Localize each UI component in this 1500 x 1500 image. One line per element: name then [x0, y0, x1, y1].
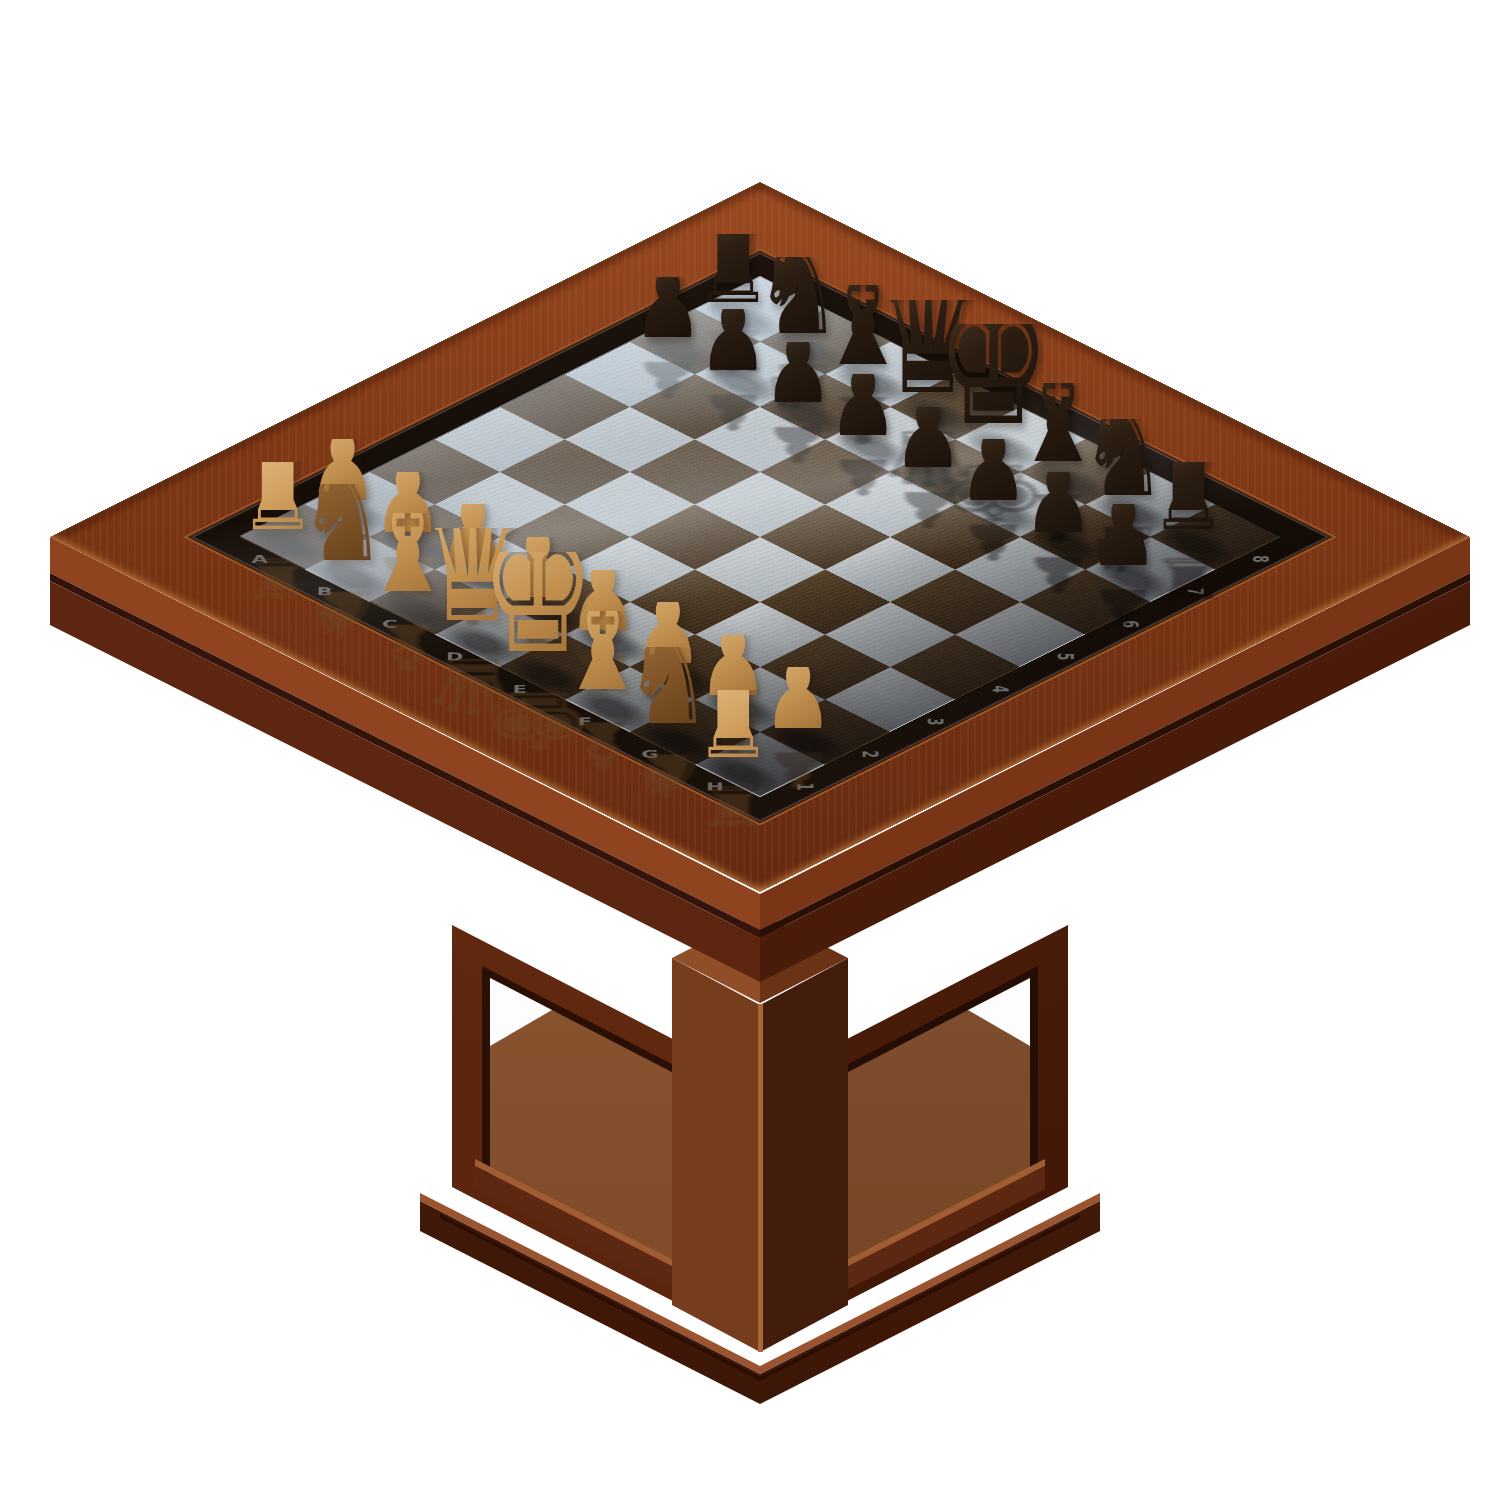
- rank-label-8: 8: [1248, 555, 1272, 563]
- rank-label-4: 4: [988, 685, 1012, 693]
- rank-label-5: 5: [1053, 653, 1077, 661]
- file-label-g: G: [641, 748, 659, 760]
- rank-label-7: 7: [1183, 588, 1207, 596]
- file-label-a: A: [251, 553, 268, 565]
- file-label-e: E: [513, 683, 528, 695]
- file-label-f: F: [578, 716, 593, 728]
- chess-table-photo: ABCDEFGH12345678 ♜♜♞♞♝♝♛♛♚♚♝♝♞♞♜♜♟♟♟♟♟♟♟…: [0, 0, 1500, 1500]
- file-label-d: D: [446, 651, 464, 663]
- rank-label-6: 6: [1118, 620, 1142, 628]
- rank-label-2: 2: [858, 751, 882, 759]
- file-label-b: B: [317, 586, 334, 598]
- file-label-h: H: [706, 781, 725, 793]
- rank-label-1: 1: [793, 783, 817, 791]
- rank-label-3: 3: [923, 718, 947, 726]
- file-label-c: C: [382, 618, 398, 630]
- wood-frame: ABCDEFGH12345678 ♜♜♞♞♝♝♛♛♚♚♝♝♞♞♜♜♟♟♟♟♟♟♟…: [50, 182, 1470, 892]
